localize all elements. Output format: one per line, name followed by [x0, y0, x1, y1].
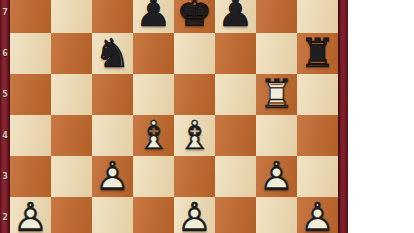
- board-right-border: [338, 0, 348, 233]
- square-c7[interactable]: [92, 0, 133, 33]
- black-rook-glyph: ♜: [300, 33, 336, 74]
- rank-label-2: 2: [0, 197, 10, 233]
- square-c4[interactable]: [92, 115, 133, 156]
- piece-white-pawn[interactable]: ♟♙: [174, 197, 215, 233]
- square-a3[interactable]: [10, 156, 51, 197]
- square-g4[interactable]: [256, 115, 297, 156]
- square-b3[interactable]: [51, 156, 92, 197]
- square-b4[interactable]: [51, 115, 92, 156]
- piece-white-pawn[interactable]: ♟♙: [92, 156, 133, 197]
- white-pawn-outline-glyph: ♙: [259, 156, 295, 197]
- white-pawn-outline-glyph: ♙: [300, 197, 336, 233]
- square-e5[interactable]: [174, 74, 215, 115]
- white-pawn-outline-glyph: ♙: [95, 156, 131, 197]
- piece-white-pawn[interactable]: ♟♙: [10, 197, 51, 233]
- rank-label-4: 4: [0, 115, 10, 156]
- white-bishop-outline-glyph: ♗: [177, 115, 213, 156]
- square-f2[interactable]: [215, 197, 256, 233]
- square-e4[interactable]: ♝♗: [174, 115, 215, 156]
- square-d2[interactable]: [133, 197, 174, 233]
- square-c3[interactable]: ♟♙: [92, 156, 133, 197]
- piece-black-king[interactable]: ♚: [174, 0, 215, 33]
- piece-white-pawn[interactable]: ♟♙: [297, 197, 338, 233]
- square-c6[interactable]: ♞: [92, 33, 133, 74]
- black-pawn-glyph: ♟: [218, 0, 254, 33]
- square-a5[interactable]: [10, 74, 51, 115]
- piece-black-pawn[interactable]: ♟: [215, 0, 256, 33]
- black-pawn-glyph: ♟: [136, 0, 172, 33]
- board-left-border: 765432: [0, 0, 10, 233]
- piece-white-pawn[interactable]: ♟♙: [256, 156, 297, 197]
- square-d4[interactable]: ♝♗: [133, 115, 174, 156]
- white-rook-outline-glyph: ♖: [259, 74, 295, 115]
- square-d6[interactable]: [133, 33, 174, 74]
- square-f6[interactable]: [215, 33, 256, 74]
- rank-label-3: 3: [0, 156, 10, 197]
- square-a4[interactable]: [10, 115, 51, 156]
- square-g6[interactable]: [256, 33, 297, 74]
- square-f3[interactable]: [215, 156, 256, 197]
- square-a2[interactable]: ♟♙: [10, 197, 51, 233]
- square-d7[interactable]: ♟: [133, 0, 174, 33]
- square-h5[interactable]: [297, 74, 338, 115]
- square-b2[interactable]: [51, 197, 92, 233]
- square-d3[interactable]: [133, 156, 174, 197]
- piece-white-rook[interactable]: ♜♖: [256, 74, 297, 115]
- square-h7[interactable]: [297, 0, 338, 33]
- black-knight-glyph: ♞: [95, 33, 131, 74]
- piece-white-bishop[interactable]: ♝♗: [133, 115, 174, 156]
- white-bishop-outline-glyph: ♗: [136, 115, 172, 156]
- square-d5[interactable]: [133, 74, 174, 115]
- square-f4[interactable]: [215, 115, 256, 156]
- white-pawn-outline-glyph: ♙: [13, 197, 49, 233]
- square-h6[interactable]: ♜: [297, 33, 338, 74]
- square-g3[interactable]: ♟♙: [256, 156, 297, 197]
- square-e2[interactable]: ♟♙: [174, 197, 215, 233]
- square-a7[interactable]: [10, 0, 51, 33]
- square-h4[interactable]: [297, 115, 338, 156]
- square-h3[interactable]: [297, 156, 338, 197]
- chess-board: ♟♚♟♞♜♜♖♝♗♝♗♟♙♟♙♟♙♟♙♟♙ 765432: [0, 0, 348, 233]
- square-e6[interactable]: [174, 33, 215, 74]
- piece-white-bishop[interactable]: ♝♗: [174, 115, 215, 156]
- square-b7[interactable]: [51, 0, 92, 33]
- white-pawn-outline-glyph: ♙: [177, 197, 213, 233]
- square-f7[interactable]: ♟: [215, 0, 256, 33]
- rank-label-7: 7: [0, 0, 10, 33]
- square-h2[interactable]: ♟♙: [297, 197, 338, 233]
- square-c5[interactable]: [92, 74, 133, 115]
- square-g2[interactable]: [256, 197, 297, 233]
- board-grid: ♟♚♟♞♜♜♖♝♗♝♗♟♙♟♙♟♙♟♙♟♙: [10, 0, 338, 233]
- black-king-glyph: ♚: [177, 0, 213, 33]
- square-e3[interactable]: [174, 156, 215, 197]
- rank-label-5: 5: [0, 74, 10, 115]
- square-e7[interactable]: ♚: [174, 0, 215, 33]
- square-g5[interactable]: ♜♖: [256, 74, 297, 115]
- piece-black-pawn[interactable]: ♟: [133, 0, 174, 33]
- piece-black-knight[interactable]: ♞: [92, 33, 133, 74]
- square-g7[interactable]: [256, 0, 297, 33]
- square-a6[interactable]: [10, 33, 51, 74]
- square-b5[interactable]: [51, 74, 92, 115]
- rank-label-6: 6: [0, 33, 10, 74]
- page: ♟♚♟♞♜♜♖♝♗♝♗♟♙♟♙♟♙♟♙♟♙ 765432: [0, 0, 414, 233]
- piece-black-rook[interactable]: ♜: [297, 33, 338, 74]
- square-b6[interactable]: [51, 33, 92, 74]
- square-f5[interactable]: [215, 74, 256, 115]
- square-c2[interactable]: [92, 197, 133, 233]
